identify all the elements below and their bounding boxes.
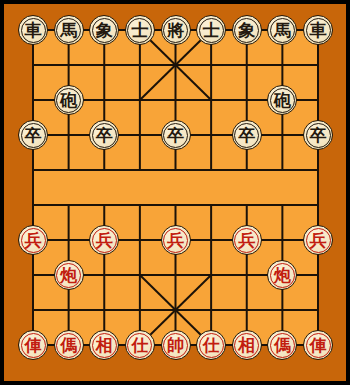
piece-red-horse[interactable]: 傌	[54, 330, 84, 360]
piece-glyph: 象	[238, 22, 255, 39]
piece-black-soldier[interactable]: 卒	[232, 120, 262, 150]
piece-glyph: 馬	[274, 22, 291, 39]
piece-glyph: 卒	[96, 127, 113, 144]
piece-red-soldier[interactable]: 兵	[232, 225, 262, 255]
xiangqi-board-window: 車馬象士將士象馬車砲砲卒卒卒卒卒兵兵兵兵兵炮炮俥傌相仕帥仕相傌俥	[0, 0, 350, 385]
piece-glyph: 將	[167, 22, 184, 39]
piece-black-cannon[interactable]: 砲	[267, 85, 297, 115]
piece-glyph: 車	[310, 22, 327, 39]
piece-glyph: 相	[238, 337, 255, 354]
piece-red-elephant[interactable]: 相	[89, 330, 119, 360]
piece-glyph: 兵	[167, 232, 184, 249]
piece-black-chariot[interactable]: 車	[18, 15, 48, 45]
piece-black-soldier[interactable]: 卒	[161, 120, 191, 150]
piece-red-soldier[interactable]: 兵	[18, 225, 48, 255]
piece-glyph: 兵	[238, 232, 255, 249]
piece-glyph: 象	[96, 22, 113, 39]
piece-glyph: 炮	[60, 267, 77, 284]
piece-glyph: 卒	[238, 127, 255, 144]
piece-red-soldier[interactable]: 兵	[89, 225, 119, 255]
piece-red-advisor[interactable]: 仕	[196, 330, 226, 360]
piece-red-horse[interactable]: 傌	[267, 330, 297, 360]
piece-black-soldier[interactable]: 卒	[303, 120, 333, 150]
piece-black-soldier[interactable]: 卒	[18, 120, 48, 150]
piece-glyph: 帥	[167, 337, 184, 354]
piece-glyph: 卒	[167, 127, 184, 144]
piece-glyph: 車	[25, 22, 42, 39]
piece-glyph: 炮	[274, 267, 291, 284]
piece-glyph: 相	[96, 337, 113, 354]
piece-glyph: 卒	[310, 127, 327, 144]
piece-glyph: 砲	[274, 92, 291, 109]
piece-glyph: 仕	[131, 337, 148, 354]
piece-red-advisor[interactable]: 仕	[125, 330, 155, 360]
piece-black-elephant[interactable]: 象	[89, 15, 119, 45]
piece-red-soldier[interactable]: 兵	[303, 225, 333, 255]
piece-red-cannon[interactable]: 炮	[267, 260, 297, 290]
piece-glyph: 傌	[60, 337, 77, 354]
piece-red-general[interactable]: 帥	[161, 330, 191, 360]
piece-red-elephant[interactable]: 相	[232, 330, 262, 360]
piece-red-cannon[interactable]: 炮	[54, 260, 84, 290]
piece-black-chariot[interactable]: 車	[303, 15, 333, 45]
piece-black-advisor[interactable]: 士	[125, 15, 155, 45]
piece-glyph: 卒	[25, 127, 42, 144]
piece-glyph: 兵	[96, 232, 113, 249]
piece-red-chariot[interactable]: 俥	[303, 330, 333, 360]
pieces-layer: 車馬象士將士象馬車砲砲卒卒卒卒卒兵兵兵兵兵炮炮俥傌相仕帥仕相傌俥	[4, 4, 346, 381]
piece-glyph: 士	[203, 22, 220, 39]
piece-glyph: 馬	[60, 22, 77, 39]
piece-red-soldier[interactable]: 兵	[161, 225, 191, 255]
piece-black-horse[interactable]: 馬	[54, 15, 84, 45]
piece-black-advisor[interactable]: 士	[196, 15, 226, 45]
piece-black-horse[interactable]: 馬	[267, 15, 297, 45]
piece-black-elephant[interactable]: 象	[232, 15, 262, 45]
piece-glyph: 俥	[310, 337, 327, 354]
piece-glyph: 兵	[25, 232, 42, 249]
piece-black-general[interactable]: 將	[161, 15, 191, 45]
piece-glyph: 仕	[203, 337, 220, 354]
piece-glyph: 兵	[310, 232, 327, 249]
piece-black-cannon[interactable]: 砲	[54, 85, 84, 115]
board-area[interactable]: 車馬象士將士象馬車砲砲卒卒卒卒卒兵兵兵兵兵炮炮俥傌相仕帥仕相傌俥	[4, 4, 346, 381]
piece-glyph: 俥	[25, 337, 42, 354]
piece-glyph: 士	[131, 22, 148, 39]
piece-black-soldier[interactable]: 卒	[89, 120, 119, 150]
piece-glyph: 砲	[60, 92, 77, 109]
piece-glyph: 傌	[274, 337, 291, 354]
piece-red-chariot[interactable]: 俥	[18, 330, 48, 360]
